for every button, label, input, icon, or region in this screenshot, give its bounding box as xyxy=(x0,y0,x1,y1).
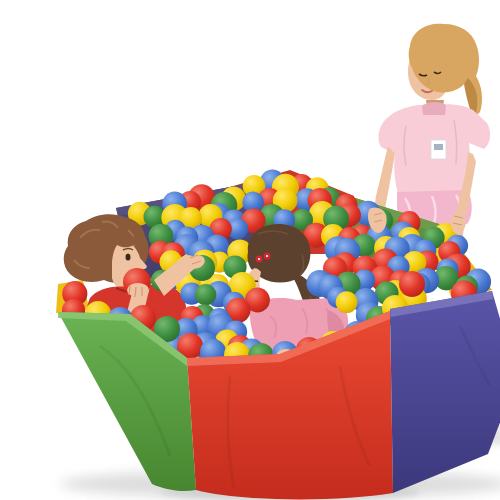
boy-hand xyxy=(127,283,149,297)
clip-dot-2 xyxy=(266,255,268,257)
clip-dot xyxy=(258,258,260,260)
ball xyxy=(399,271,425,297)
ball xyxy=(336,291,358,313)
shirt-label-logo xyxy=(434,144,443,150)
boy-eye xyxy=(126,254,131,261)
standing-girl-right-hand xyxy=(451,212,466,234)
ball-pit-product-photo xyxy=(40,16,500,500)
ball xyxy=(195,284,216,305)
scene-canvas xyxy=(40,16,500,500)
standing-girl-collar xyxy=(422,102,446,115)
